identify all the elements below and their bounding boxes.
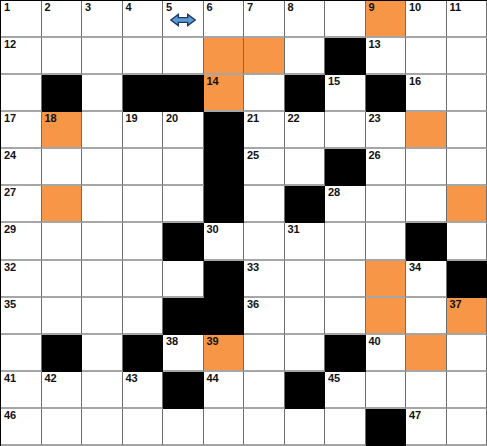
cell-r4c12[interactable] <box>447 112 487 149</box>
block-r7c5 <box>163 223 204 260</box>
block-r11c8 <box>285 372 326 409</box>
cell-r1c9[interactable] <box>325 1 366 38</box>
block-r2c9 <box>325 38 366 75</box>
clue-number: 5 <box>166 1 172 14</box>
clue-number: 41 <box>4 372 16 385</box>
clue-number: 34 <box>409 261 421 274</box>
cell-r1c10[interactable]: 9 <box>366 1 407 38</box>
cell-r5c3[interactable] <box>82 149 123 186</box>
cell-r5c8[interactable] <box>285 149 326 186</box>
cell-r11c9[interactable]: 45 <box>325 372 366 409</box>
cell-r10c10[interactable]: 40 <box>366 335 407 372</box>
block-r9c5 <box>163 298 204 335</box>
clue-number: 11 <box>450 1 462 14</box>
cell-r10c3[interactable] <box>82 335 123 372</box>
cell-r8c3[interactable] <box>82 261 123 298</box>
clue-number: 10 <box>409 1 421 14</box>
cell-r8c5[interactable] <box>163 261 204 298</box>
clue-number: 22 <box>288 112 300 125</box>
cell-r8c8[interactable] <box>285 261 326 298</box>
cell-r6c2[interactable] <box>42 186 83 223</box>
block-r5c6 <box>204 149 245 186</box>
block-r8c6 <box>204 261 245 298</box>
cell-r6c9[interactable]: 28 <box>325 186 366 223</box>
cell-r2c4[interactable] <box>123 38 164 75</box>
clue-number: 3 <box>85 1 91 14</box>
clue-number: 18 <box>45 112 57 125</box>
clue-number: 32 <box>4 261 16 274</box>
block-r4c6 <box>204 112 245 149</box>
cell-r7c2[interactable] <box>42 223 83 260</box>
cell-r11c10[interactable] <box>366 372 407 409</box>
clue-number: 25 <box>247 149 259 162</box>
clue-number: 17 <box>4 112 16 125</box>
cell-r10c6[interactable]: 39 <box>204 335 245 372</box>
clue-number: 29 <box>4 223 16 236</box>
cell-r1c5[interactable]: 5 <box>163 1 204 38</box>
cell-r11c12[interactable] <box>447 372 487 409</box>
clue-number: 28 <box>328 186 340 199</box>
clue-number: 8 <box>288 1 294 14</box>
clue-number: 40 <box>369 335 381 348</box>
cell-r8c4[interactable] <box>123 261 164 298</box>
block-r3c10 <box>366 75 407 112</box>
block-r6c8 <box>285 186 326 223</box>
block-r11c5 <box>163 372 204 409</box>
clue-number: 24 <box>4 149 16 162</box>
cell-r3c6[interactable]: 14 <box>204 75 245 112</box>
block-r3c5 <box>163 75 204 112</box>
cell-r2c11[interactable] <box>406 38 447 75</box>
block-r10c4 <box>123 335 164 372</box>
cell-r7c12[interactable] <box>447 223 487 260</box>
cell-r10c11[interactable] <box>406 335 447 372</box>
cell-r9c1[interactable]: 35 <box>1 298 42 335</box>
cell-r7c1[interactable]: 29 <box>1 223 42 260</box>
clue-number: 9 <box>369 1 375 14</box>
cell-r11c4[interactable]: 43 <box>123 372 164 409</box>
cell-r12c7[interactable] <box>244 409 285 446</box>
cell-r1c11[interactable]: 10 <box>406 1 447 38</box>
cell-r2c10[interactable]: 13 <box>366 38 407 75</box>
cell-r4c11[interactable] <box>406 112 447 149</box>
cell-r2c7[interactable] <box>244 38 285 75</box>
cell-r6c4[interactable] <box>123 186 164 223</box>
clue-number: 36 <box>247 298 259 311</box>
clue-number: 16 <box>409 75 421 88</box>
cell-r9c7[interactable]: 36 <box>244 298 285 335</box>
cell-r1c12[interactable]: 11 <box>447 1 487 38</box>
clue-number: 42 <box>45 372 57 385</box>
cell-r6c11[interactable] <box>406 186 447 223</box>
cell-r7c8[interactable]: 31 <box>285 223 326 260</box>
cell-r9c2[interactable] <box>42 298 83 335</box>
cell-r1c3[interactable]: 3 <box>82 1 123 38</box>
cell-r11c2[interactable]: 42 <box>42 372 83 409</box>
cell-r10c12[interactable] <box>447 335 487 372</box>
cell-r1c7[interactable]: 7 <box>244 1 285 38</box>
clue-number: 12 <box>4 38 16 51</box>
clue-number: 45 <box>328 372 340 385</box>
cell-r7c7[interactable] <box>244 223 285 260</box>
cell-r6c1[interactable]: 27 <box>1 186 42 223</box>
clue-number: 23 <box>369 112 381 125</box>
cell-r4c2[interactable]: 18 <box>42 112 83 149</box>
cell-r2c5[interactable] <box>163 38 204 75</box>
block-r5c9 <box>325 149 366 186</box>
cell-r1c4[interactable]: 4 <box>123 1 164 38</box>
block-r10c9 <box>325 335 366 372</box>
block-r3c4 <box>123 75 164 112</box>
cell-r7c10[interactable] <box>366 223 407 260</box>
block-r3c2 <box>42 75 83 112</box>
cell-r10c5[interactable]: 38 <box>163 335 204 372</box>
clue-number: 6 <box>207 1 213 14</box>
cell-r12c8[interactable] <box>285 409 326 446</box>
cell-r12c2[interactable] <box>42 409 83 446</box>
cell-r7c4[interactable] <box>123 223 164 260</box>
clue-number: 30 <box>207 223 219 236</box>
cell-r4c3[interactable] <box>82 112 123 149</box>
cell-r12c9[interactable] <box>325 409 366 446</box>
clue-number: 35 <box>4 298 16 311</box>
cell-r6c12[interactable] <box>447 186 487 223</box>
clue-number: 43 <box>126 372 138 385</box>
cell-r5c5[interactable] <box>163 149 204 186</box>
cell-r12c3[interactable] <box>82 409 123 446</box>
clue-number: 26 <box>369 149 381 162</box>
cell-r4c4[interactable]: 19 <box>123 112 164 149</box>
clue-number: 13 <box>369 38 381 51</box>
clue-number: 37 <box>450 298 462 311</box>
clue-number: 46 <box>4 409 16 422</box>
cell-r9c12[interactable]: 37 <box>447 298 487 335</box>
cell-r1c6[interactable]: 6 <box>204 1 245 38</box>
cell-r5c4[interactable] <box>123 149 164 186</box>
cell-r12c4[interactable] <box>123 409 164 446</box>
cell-r9c3[interactable] <box>82 298 123 335</box>
cell-r10c1[interactable] <box>1 335 42 372</box>
clue-number: 20 <box>166 112 178 125</box>
clue-number: 39 <box>207 335 219 348</box>
cell-r9c4[interactable] <box>123 298 164 335</box>
cell-r2c2[interactable] <box>42 38 83 75</box>
block-r3c8 <box>285 75 326 112</box>
cell-r9c9[interactable] <box>325 298 366 335</box>
cell-r6c7[interactable] <box>244 186 285 223</box>
clue-number: 31 <box>288 223 300 236</box>
cell-r8c7[interactable]: 33 <box>244 261 285 298</box>
cell-r10c7[interactable] <box>244 335 285 372</box>
cell-r3c12[interactable] <box>447 75 487 112</box>
clue-number: 33 <box>247 261 259 274</box>
cell-r4c8[interactable]: 22 <box>285 112 326 149</box>
clue-number: 1 <box>4 1 10 14</box>
block-r6c6 <box>204 186 245 223</box>
cell-r1c2[interactable]: 2 <box>42 1 83 38</box>
clue-number: 44 <box>207 372 219 385</box>
cell-r5c2[interactable] <box>42 149 83 186</box>
cell-r2c3[interactable] <box>82 38 123 75</box>
cell-r4c9[interactable] <box>325 112 366 149</box>
cell-r4c5[interactable]: 20 <box>163 112 204 149</box>
clue-number: 27 <box>4 186 16 199</box>
cell-r12c6[interactable] <box>204 409 245 446</box>
block-r7c11 <box>406 223 447 260</box>
cell-r2c6[interactable] <box>204 38 245 75</box>
cell-r3c7[interactable] <box>244 75 285 112</box>
cell-r11c7[interactable] <box>244 372 285 409</box>
cell-r11c11[interactable] <box>406 372 447 409</box>
cell-r5c12[interactable] <box>447 149 487 186</box>
cell-r9c10[interactable] <box>366 298 407 335</box>
clue-number: 4 <box>126 1 132 14</box>
clue-number: 2 <box>45 1 51 14</box>
cell-r9c11[interactable] <box>406 298 447 335</box>
cell-r11c3[interactable] <box>82 372 123 409</box>
cell-r7c6[interactable]: 30 <box>204 223 245 260</box>
cell-r12c5[interactable] <box>163 409 204 446</box>
cell-r11c1[interactable]: 41 <box>1 372 42 409</box>
cell-r3c1[interactable] <box>1 75 42 112</box>
cell-r12c11[interactable]: 47 <box>406 409 447 446</box>
cell-r5c7[interactable]: 25 <box>244 149 285 186</box>
block-r10c2 <box>42 335 83 372</box>
cell-r12c12[interactable] <box>447 409 487 446</box>
block-r9c6 <box>204 298 245 335</box>
double-arrow-icon <box>169 13 196 27</box>
cell-r4c7[interactable]: 21 <box>244 112 285 149</box>
clue-number: 38 <box>166 335 178 348</box>
cell-r6c10[interactable] <box>366 186 407 223</box>
clue-number: 7 <box>247 1 253 14</box>
cell-r6c5[interactable] <box>163 186 204 223</box>
cell-r5c1[interactable]: 24 <box>1 149 42 186</box>
cell-r8c11[interactable]: 34 <box>406 261 447 298</box>
cell-r10c8[interactable] <box>285 335 326 372</box>
cell-r3c3[interactable] <box>82 75 123 112</box>
cell-r5c11[interactable] <box>406 149 447 186</box>
clue-number: 14 <box>207 75 219 88</box>
cell-r7c3[interactable] <box>82 223 123 260</box>
clue-number: 15 <box>328 75 340 88</box>
cell-r8c1[interactable]: 32 <box>1 261 42 298</box>
clue-number: 19 <box>126 112 138 125</box>
cell-r11c6[interactable]: 44 <box>204 372 245 409</box>
clue-number: 21 <box>247 112 259 125</box>
block-r8c12 <box>447 261 487 298</box>
cell-r2c8[interactable] <box>285 38 326 75</box>
cell-r12c1[interactable]: 46 <box>1 409 42 446</box>
cell-r5c10[interactable]: 26 <box>366 149 407 186</box>
block-r12c10 <box>366 409 407 446</box>
cell-r9c8[interactable] <box>285 298 326 335</box>
cell-r8c10[interactable] <box>366 261 407 298</box>
cell-r1c1[interactable]: 1 <box>1 1 42 38</box>
cell-r8c2[interactable] <box>42 261 83 298</box>
crossword-board: 1234567891011121314151617181920212223242… <box>0 0 487 446</box>
cell-r4c10[interactable]: 23 <box>366 112 407 149</box>
cell-r8c9[interactable] <box>325 261 366 298</box>
cell-r3c9[interactable]: 15 <box>325 75 366 112</box>
cell-r1c8[interactable]: 8 <box>285 1 326 38</box>
cell-r4c1[interactable]: 17 <box>1 112 42 149</box>
cell-r2c1[interactable]: 12 <box>1 38 42 75</box>
cell-r7c9[interactable] <box>325 223 366 260</box>
clue-number: 47 <box>409 409 421 422</box>
cell-r3c11[interactable]: 16 <box>406 75 447 112</box>
cell-r2c12[interactable] <box>447 38 487 75</box>
cell-r6c3[interactable] <box>82 186 123 223</box>
